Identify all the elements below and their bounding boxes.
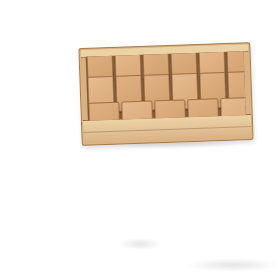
pip [145, 90, 169, 91]
pip [89, 92, 113, 93]
domino-half [88, 77, 113, 93]
domino-half [122, 102, 136, 121]
pip [145, 90, 169, 91]
disc-navy [1, 0, 279, 14]
pip [200, 73, 224, 74]
pip [173, 89, 197, 90]
pip [145, 90, 169, 91]
pip [145, 90, 169, 91]
pip [173, 89, 197, 90]
pip [116, 76, 140, 77]
pip [89, 92, 113, 93]
domino-half [200, 73, 225, 89]
pip [89, 92, 113, 93]
pip [88, 77, 112, 78]
pip [116, 76, 140, 77]
pip [145, 90, 169, 91]
pip [229, 87, 246, 88]
disc-red [2, 0, 280, 15]
pip [88, 77, 112, 78]
pip [117, 91, 141, 92]
pip [116, 76, 140, 77]
disc-red [0, 0, 279, 7]
domino-half [228, 72, 245, 88]
product-photo-game-set [0, 0, 280, 280]
disc-navy [0, 0, 278, 13]
pip [116, 76, 140, 77]
disc-navy [2, 0, 279, 18]
pip [88, 77, 112, 78]
pip [201, 88, 225, 89]
pip [144, 75, 168, 76]
domino-tile [88, 102, 120, 121]
domino-half [172, 74, 197, 90]
pip [229, 87, 246, 88]
disc-red [0, 0, 280, 8]
domino-box [78, 42, 253, 146]
domino-half [144, 75, 169, 91]
domino-half [227, 51, 246, 57]
pip [117, 91, 141, 92]
pip [117, 91, 141, 92]
pip [229, 87, 246, 88]
pip [116, 76, 140, 77]
domino-half [116, 76, 141, 92]
pip [201, 88, 225, 89]
domino-box-interior [86, 51, 246, 120]
pip [117, 91, 141, 92]
pip [200, 73, 224, 74]
pip [201, 88, 225, 89]
pip [200, 73, 224, 74]
pip [144, 75, 168, 76]
tictactoe-lid-shadow [118, 238, 162, 250]
pip [228, 72, 245, 73]
domino-half [199, 51, 223, 58]
disc-navy [1, 0, 280, 10]
pip [229, 87, 246, 88]
pip [228, 72, 245, 73]
pip [145, 90, 169, 91]
pip [117, 91, 141, 92]
domino-half [155, 101, 169, 121]
tictactoe-box-shadow [186, 258, 280, 272]
disc-navy [0, 0, 279, 11]
pip [116, 76, 140, 77]
domino-half [89, 103, 103, 121]
domino-tile [121, 100, 153, 120]
